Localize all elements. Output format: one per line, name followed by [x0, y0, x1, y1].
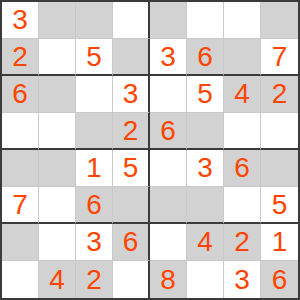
cell-r8c4[interactable] — [113, 261, 150, 298]
given-digit: 4 — [49, 266, 65, 294]
cell-r7c3[interactable]: 3 — [76, 224, 113, 261]
given-digit: 3 — [123, 80, 139, 108]
given-digit: 1 — [272, 228, 288, 256]
cell-r2c3[interactable]: 5 — [76, 39, 113, 76]
given-digit: 6 — [12, 80, 28, 108]
cell-r6c6[interactable] — [187, 187, 224, 224]
cell-r4c8[interactable] — [261, 113, 298, 150]
given-digit: 4 — [197, 228, 213, 256]
given-digit: 3 — [197, 154, 213, 182]
cell-r2c5[interactable]: 3 — [150, 39, 187, 76]
cell-r8c3[interactable]: 2 — [76, 261, 113, 298]
given-digit: 1 — [86, 154, 102, 182]
cell-r1c7[interactable] — [224, 2, 261, 39]
cell-r3c7[interactable]: 4 — [224, 76, 261, 113]
cell-r6c2[interactable] — [39, 187, 76, 224]
cell-r6c5[interactable] — [150, 187, 187, 224]
cell-r4c1[interactable] — [2, 113, 39, 150]
given-digit: 3 — [160, 43, 176, 71]
cell-r5c2[interactable] — [39, 150, 76, 187]
cell-r7c1[interactable] — [2, 224, 39, 261]
cell-r4c7[interactable] — [224, 113, 261, 150]
given-digit: 5 — [86, 43, 102, 71]
given-digit: 2 — [272, 80, 288, 108]
cell-r2c6[interactable]: 6 — [187, 39, 224, 76]
given-digit: 6 — [86, 191, 102, 219]
given-digit: 6 — [272, 266, 288, 294]
cell-r7c5[interactable] — [150, 224, 187, 261]
cell-r6c7[interactable] — [224, 187, 261, 224]
cell-r2c8[interactable]: 7 — [261, 39, 298, 76]
given-digit: 2 — [12, 43, 28, 71]
given-digit: 2 — [123, 117, 139, 145]
given-digit: 2 — [234, 228, 250, 256]
sudoku-board: 325367635422615367653642142836 — [0, 0, 300, 300]
cell-r1c5[interactable] — [150, 2, 187, 39]
cell-r3c2[interactable] — [39, 76, 76, 113]
given-digit: 4 — [234, 80, 250, 108]
given-digit: 2 — [86, 266, 102, 294]
cell-r3c8[interactable]: 2 — [261, 76, 298, 113]
given-digit: 5 — [272, 191, 288, 219]
cell-r3c6[interactable]: 5 — [187, 76, 224, 113]
cell-r5c6[interactable]: 3 — [187, 150, 224, 187]
cell-r3c1[interactable]: 6 — [2, 76, 39, 113]
cell-r1c8[interactable] — [261, 2, 298, 39]
cell-r1c6[interactable] — [187, 2, 224, 39]
cell-r2c7[interactable] — [224, 39, 261, 76]
cell-r4c5[interactable]: 6 — [150, 113, 187, 150]
cell-r8c1[interactable] — [2, 261, 39, 298]
given-digit: 7 — [272, 43, 288, 71]
given-digit: 6 — [123, 228, 139, 256]
given-digit: 5 — [197, 80, 213, 108]
cell-r6c4[interactable] — [113, 187, 150, 224]
given-digit: 6 — [234, 154, 250, 182]
given-digit: 3 — [86, 228, 102, 256]
cell-r7c7[interactable]: 2 — [224, 224, 261, 261]
cell-r6c3[interactable]: 6 — [76, 187, 113, 224]
given-digit: 6 — [160, 117, 176, 145]
cell-r3c5[interactable] — [150, 76, 187, 113]
cell-r3c4[interactable]: 3 — [113, 76, 150, 113]
cell-r2c1[interactable]: 2 — [2, 39, 39, 76]
cell-r4c2[interactable] — [39, 113, 76, 150]
cell-r8c8[interactable]: 6 — [261, 261, 298, 298]
cell-r5c5[interactable] — [150, 150, 187, 187]
given-digit: 6 — [197, 43, 213, 71]
given-digit: 3 — [12, 6, 28, 34]
cell-r5c4[interactable]: 5 — [113, 150, 150, 187]
cell-r6c1[interactable]: 7 — [2, 187, 39, 224]
cell-r4c3[interactable] — [76, 113, 113, 150]
cell-r8c2[interactable]: 4 — [39, 261, 76, 298]
cell-r6c8[interactable]: 5 — [261, 187, 298, 224]
cell-r5c7[interactable]: 6 — [224, 150, 261, 187]
cell-r2c4[interactable] — [113, 39, 150, 76]
cell-r1c2[interactable] — [39, 2, 76, 39]
cell-r3c3[interactable] — [76, 76, 113, 113]
cell-r5c3[interactable]: 1 — [76, 150, 113, 187]
cell-r1c3[interactable] — [76, 2, 113, 39]
given-digit: 3 — [234, 266, 250, 294]
cell-r7c2[interactable] — [39, 224, 76, 261]
cell-r8c5[interactable]: 8 — [150, 261, 187, 298]
cell-r8c6[interactable] — [187, 261, 224, 298]
cell-r1c1[interactable]: 3 — [2, 2, 39, 39]
cell-r5c1[interactable] — [2, 150, 39, 187]
cell-r4c4[interactable]: 2 — [113, 113, 150, 150]
given-digit: 7 — [12, 191, 28, 219]
cell-r7c8[interactable]: 1 — [261, 224, 298, 261]
cell-r2c2[interactable] — [39, 39, 76, 76]
cell-r5c8[interactable] — [261, 150, 298, 187]
cell-r1c4[interactable] — [113, 2, 150, 39]
cell-r7c4[interactable]: 6 — [113, 224, 150, 261]
cell-r4c6[interactable] — [187, 113, 224, 150]
cell-r8c7[interactable]: 3 — [224, 261, 261, 298]
given-digit: 8 — [160, 266, 176, 294]
cell-r7c6[interactable]: 4 — [187, 224, 224, 261]
given-digit: 5 — [123, 154, 139, 182]
